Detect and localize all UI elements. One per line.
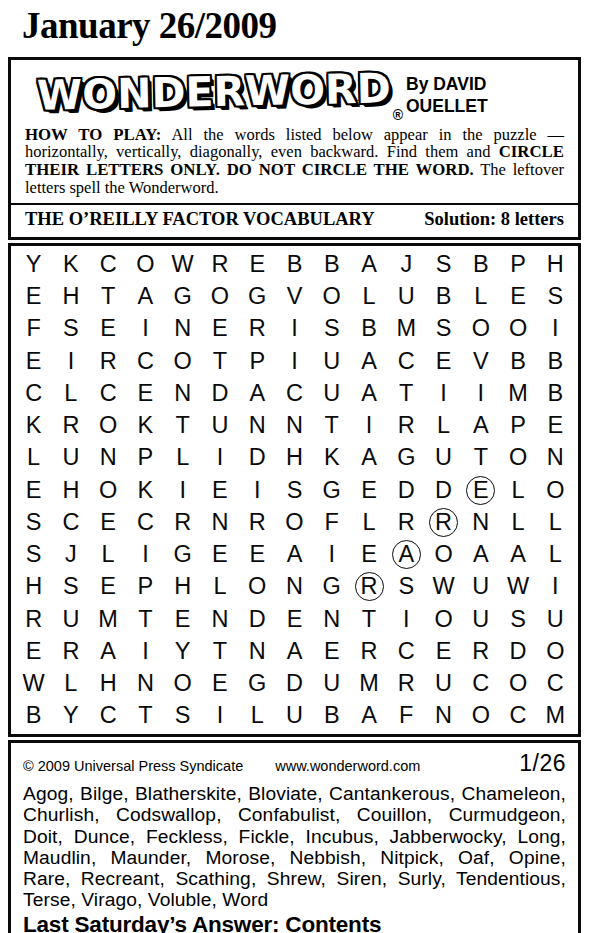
grid-cell-r3c1[interactable]: F (15, 313, 52, 345)
grid-letter: E (205, 476, 234, 505)
grid-cell-r10c11[interactable]: A (388, 539, 425, 571)
grid-cell-r14c8[interactable]: D (276, 668, 313, 700)
grid-letter: O (466, 701, 495, 730)
byline-line1: By DAVID (406, 74, 566, 96)
grid-cell-r14c7[interactable]: G (239, 668, 276, 700)
grid-cell-r8c15[interactable]: O (537, 474, 574, 506)
grid-cell-r5c15[interactable]: B (537, 377, 574, 409)
grid-letter: I (131, 540, 160, 569)
grid-cell-r2c1[interactable]: E (15, 280, 52, 312)
grid-cell-r3c2[interactable]: S (52, 313, 89, 345)
grid-cell-r15c3[interactable]: C (90, 700, 127, 732)
grid-cell-r10c5[interactable]: G (164, 539, 201, 571)
grid-letter: B (504, 347, 533, 376)
grid-cell-r3c6[interactable]: E (201, 313, 238, 345)
grid-cell-r11c13[interactable]: U (462, 571, 499, 603)
grid-cell-r6c14[interactable]: P (499, 409, 536, 441)
grid-cell-r9c12[interactable]: R (425, 506, 462, 538)
grid-cell-r12c5[interactable]: E (164, 603, 201, 635)
grid-cell-r6c3[interactable]: O (90, 409, 127, 441)
grid-letter: G (243, 669, 272, 698)
grid-cell-r2c5[interactable]: G (164, 280, 201, 312)
grid-cell-r4c4[interactable]: C (127, 345, 164, 377)
grid-cell-r9c6[interactable]: N (201, 506, 238, 538)
grid-letter: H (280, 443, 309, 472)
grid-cell-r7c5[interactable]: L (164, 442, 201, 474)
grid-cell-r15c12[interactable]: N (425, 700, 462, 732)
grid-letter: S (19, 508, 48, 537)
grid-letter: I (317, 540, 346, 569)
grid-cell-r14c9[interactable]: U (313, 668, 350, 700)
grid-letter: H (94, 669, 123, 698)
grid-cell-r2c15[interactable]: S (537, 280, 574, 312)
grid-cell-r13c11[interactable]: C (388, 635, 425, 667)
grid-cell-r15c1[interactable]: B (15, 700, 52, 732)
grid-cell-r10c10[interactable]: E (350, 539, 387, 571)
grid-cell-r8c1[interactable]: E (15, 474, 52, 506)
grid-letter: H (56, 476, 85, 505)
grid-cell-r8c4[interactable]: K (127, 474, 164, 506)
grid-cell-r4c11[interactable]: C (388, 345, 425, 377)
grid-letter: O (280, 508, 309, 537)
grid-cell-r12c13[interactable]: U (462, 603, 499, 635)
grid-cell-r7c10[interactable]: A (350, 442, 387, 474)
grid-cell-r13c2[interactable]: R (52, 635, 89, 667)
grid-cell-r4c3[interactable]: R (90, 345, 127, 377)
grid-cell-r7c8[interactable]: H (276, 442, 313, 474)
grid-letter: N (205, 508, 234, 537)
grid-cell-r9c13[interactable]: N (462, 506, 499, 538)
grid-cell-r8c2[interactable]: H (52, 474, 89, 506)
grid-letter: E (19, 637, 48, 666)
grid-letter: K (19, 411, 48, 440)
grid-cell-r2c11[interactable]: U (388, 280, 425, 312)
grid-cell-r7c12[interactable]: U (425, 442, 462, 474)
grid-cell-r11c15[interactable]: I (537, 571, 574, 603)
grid-letter: I (541, 314, 570, 343)
grid-cell-r4c2[interactable]: I (52, 345, 89, 377)
grid-cell-r9c7[interactable]: R (239, 506, 276, 538)
grid-cell-r5c9[interactable]: U (313, 377, 350, 409)
grid-letter: C (56, 508, 85, 537)
grid-cell-r2c12[interactable]: B (425, 280, 462, 312)
grid-cell-r3c8[interactable]: I (276, 313, 313, 345)
grid-cell-r4c6[interactable]: T (201, 345, 238, 377)
grid-cell-r14c10[interactable]: M (350, 668, 387, 700)
grid-cell-r1c3[interactable]: C (90, 248, 127, 280)
grid-cell-r8c9[interactable]: G (313, 474, 350, 506)
grid-cell-r11c7[interactable]: O (239, 571, 276, 603)
grid-cell-r8c7[interactable]: I (239, 474, 276, 506)
grid-letter: L (355, 508, 384, 537)
grid-cell-r11c1[interactable]: H (15, 571, 52, 603)
grid-cell-r5c13[interactable]: I (462, 377, 499, 409)
grid-cell-r11c5[interactable]: H (164, 571, 201, 603)
grid-cell-r12c6[interactable]: N (201, 603, 238, 635)
grid-cell-r10c12[interactable]: O (425, 539, 462, 571)
grid-cell-r7c2[interactable]: U (52, 442, 89, 474)
grid-letter: R (94, 347, 123, 376)
grid-cell-r11c11[interactable]: S (388, 571, 425, 603)
grid-cell-r3c14[interactable]: O (499, 313, 536, 345)
grid-cell-r10c9[interactable]: I (313, 539, 350, 571)
grid-letter: R (466, 637, 495, 666)
grid-cell-r15c5[interactable]: S (164, 700, 201, 732)
grid-cell-r3c7[interactable]: R (239, 313, 276, 345)
grid-cell-r8c10[interactable]: E (350, 474, 387, 506)
grid-letter: S (392, 572, 421, 601)
grid-cell-r11c2[interactable]: S (52, 571, 89, 603)
grid-letter: E (355, 476, 384, 505)
grid-cell-r15c6[interactable]: I (201, 700, 238, 732)
grid-cell-r3c13[interactable]: O (462, 313, 499, 345)
grid-cell-r9c3[interactable]: E (90, 506, 127, 538)
grid-cell-r3c3[interactable]: E (90, 313, 127, 345)
grid-cell-r5c8[interactable]: C (276, 377, 313, 409)
grid-cell-r8c12[interactable]: D (425, 474, 462, 506)
grid-cell-r6c1[interactable]: K (15, 409, 52, 441)
grid-cell-r6c8[interactable]: N (276, 409, 313, 441)
grid-cell-r10c8[interactable]: A (276, 539, 313, 571)
grid-cell-r7c1[interactable]: L (15, 442, 52, 474)
grid-cell-r2c2[interactable]: H (52, 280, 89, 312)
grid-cell-r14c6[interactable]: E (201, 668, 238, 700)
grid-cell-r8c14[interactable]: L (499, 474, 536, 506)
grid-cell-r4c9[interactable]: U (313, 345, 350, 377)
grid-cell-r7c7[interactable]: D (239, 442, 276, 474)
grid-cell-r13c3[interactable]: A (90, 635, 127, 667)
grid-letter: W (168, 250, 197, 279)
grid-cell-r1c10[interactable]: A (350, 248, 387, 280)
grid-cell-r6c12[interactable]: L (425, 409, 462, 441)
grid-cell-r3c12[interactable]: S (425, 313, 462, 345)
grid-cell-r4c13[interactable]: V (462, 345, 499, 377)
grid-letter: L (19, 443, 48, 472)
grid-cell-r1c15[interactable]: H (537, 248, 574, 280)
grid-cell-r1c9[interactable]: B (313, 248, 350, 280)
grid-cell-r13c10[interactable]: R (350, 635, 387, 667)
grid-letter: U (205, 411, 234, 440)
grid-cell-r4c10[interactable]: A (350, 345, 387, 377)
grid-cell-r14c4[interactable]: N (127, 668, 164, 700)
grid-letter: A (355, 701, 384, 730)
grid-letter: I (205, 443, 234, 472)
grid-cell-r9c11[interactable]: R (388, 506, 425, 538)
grid-cell-r9c10[interactable]: L (350, 506, 387, 538)
grid-cell-r14c11[interactable]: R (388, 668, 425, 700)
grid-cell-r13c8[interactable]: A (276, 635, 313, 667)
grid-cell-r13c4[interactable]: I (127, 635, 164, 667)
grid-cell-r4c7[interactable]: P (239, 345, 276, 377)
wonderword-logo: WONDERWORD® (23, 66, 406, 116)
grid-cell-r1c12[interactable]: S (425, 248, 462, 280)
grid-cell-r2c3[interactable]: T (90, 280, 127, 312)
grid-cell-r1c4[interactable]: O (127, 248, 164, 280)
grid-cell-r10c3[interactable]: L (90, 539, 127, 571)
grid-cell-r11c8[interactable]: N (276, 571, 313, 603)
grid-cell-r15c10[interactable]: A (350, 700, 387, 732)
grid-letter: D (280, 669, 309, 698)
grid-cell-r1c14[interactable]: P (499, 248, 536, 280)
grid-cell-r6c6[interactable]: U (201, 409, 238, 441)
grid-letter: E (19, 476, 48, 505)
grid-cell-r15c4[interactable]: T (127, 700, 164, 732)
grid-cell-r14c14[interactable]: O (499, 668, 536, 700)
grid-cell-r6c10[interactable]: I (350, 409, 387, 441)
grid-cell-r4c12[interactable]: E (425, 345, 462, 377)
grid-letter: A (94, 637, 123, 666)
grid-letter: E (429, 637, 458, 666)
grid-cell-r12c4[interactable]: T (127, 603, 164, 635)
grid-cell-r7c13[interactable]: T (462, 442, 499, 474)
grid-cell-r6c5[interactable]: T (164, 409, 201, 441)
grid-cell-r12c1[interactable]: R (15, 603, 52, 635)
grid-cell-r5c10[interactable]: A (350, 377, 387, 409)
grid-cell-r1c2[interactable]: K (52, 248, 89, 280)
grid-letter: T (205, 637, 234, 666)
grid-cell-r2c9[interactable]: O (313, 280, 350, 312)
grid-cell-r5c11[interactable]: T (388, 377, 425, 409)
grid-cell-r14c2[interactable]: L (52, 668, 89, 700)
copyright-text: © 2009 Universal Press Syndicate (23, 758, 243, 774)
grid-cell-r12c9[interactable]: N (313, 603, 350, 635)
grid-cell-r6c9[interactable]: T (313, 409, 350, 441)
grid-letter: U (466, 572, 495, 601)
grid-cell-r11c9[interactable]: G (313, 571, 350, 603)
grid-letter: V (280, 282, 309, 311)
grid-cell-r3c5[interactable]: N (164, 313, 201, 345)
how-to-play-label: HOW TO PLAY: (25, 125, 161, 144)
grid-cell-r11c4[interactable]: P (127, 571, 164, 603)
grid-cell-r15c7[interactable]: L (239, 700, 276, 732)
grid-cell-r2c7[interactable]: G (239, 280, 276, 312)
grid-cell-r5c2[interactable]: L (52, 377, 89, 409)
grid-cell-r15c9[interactable]: B (313, 700, 350, 732)
grid-cell-r11c6[interactable]: L (201, 571, 238, 603)
grid-cell-r2c8[interactable]: V (276, 280, 313, 312)
grid-cell-r2c4[interactable]: A (127, 280, 164, 312)
grid-letter: A (355, 347, 384, 376)
grid-cell-r2c14[interactable]: E (499, 280, 536, 312)
grid-cell-r15c2[interactable]: Y (52, 700, 89, 732)
grid-cell-r1c8[interactable]: B (276, 248, 313, 280)
grid-letter: U (56, 443, 85, 472)
grid-cell-r9c1[interactable]: S (15, 506, 52, 538)
grid-cell-r1c6[interactable]: R (201, 248, 238, 280)
grid-cell-r7c15[interactable]: N (537, 442, 574, 474)
grid-cell-r6c11[interactable]: R (388, 409, 425, 441)
grid-cell-r12c7[interactable]: D (239, 603, 276, 635)
grid-letter: C (131, 508, 160, 537)
grid-cell-r7c9[interactable]: K (313, 442, 350, 474)
grid-cell-r12c10[interactable]: T (350, 603, 387, 635)
grid-letter: C (94, 250, 123, 279)
grid-cell-r14c5[interactable]: O (164, 668, 201, 700)
grid-cell-r9c2[interactable]: C (52, 506, 89, 538)
grid-letter: A (355, 379, 384, 408)
grid-letter: L (56, 379, 85, 408)
grid-cell-r12c15[interactable]: U (537, 603, 574, 635)
grid-cell-r10c4[interactable]: I (127, 539, 164, 571)
grid-cell-r5c6[interactable]: D (201, 377, 238, 409)
grid-letter: L (56, 669, 85, 698)
grid-cell-r3c15[interactable]: I (537, 313, 574, 345)
grid-cell-r6c4[interactable]: K (127, 409, 164, 441)
grid-letter: A (504, 540, 533, 569)
grid-cell-r10c13[interactable]: A (462, 539, 499, 571)
grid-cell-r10c7[interactable]: E (239, 539, 276, 571)
grid-cell-r15c13[interactable]: O (462, 700, 499, 732)
grid-cell-r1c7[interactable]: E (239, 248, 276, 280)
grid-cell-r3c10[interactable]: B (350, 313, 387, 345)
grid-letter: U (317, 379, 346, 408)
grid-cell-r5c1[interactable]: C (15, 377, 52, 409)
grid-cell-r13c13[interactable]: R (462, 635, 499, 667)
grid-letter: R (56, 637, 85, 666)
grid-letter: T (317, 411, 346, 440)
grid-cell-r12c12[interactable]: O (425, 603, 462, 635)
grid-cell-r5c3[interactable]: C (90, 377, 127, 409)
grid-cell-r8c8[interactable]: S (276, 474, 313, 506)
grid-cell-r8c3[interactable]: O (90, 474, 127, 506)
grid-letter: E (19, 282, 48, 311)
grid-cell-r9c9[interactable]: F (313, 506, 350, 538)
grid-cell-r10c6[interactable]: E (201, 539, 238, 571)
grid-cell-r11c10[interactable]: R (350, 571, 387, 603)
grid-cell-r1c13[interactable]: B (462, 248, 499, 280)
grid-letter: O (317, 282, 346, 311)
grid-cell-r9c5[interactable]: R (164, 506, 201, 538)
grid-cell-r10c1[interactable]: S (15, 539, 52, 571)
grid-cell-r14c12[interactable]: U (425, 668, 462, 700)
grid-cell-r9c4[interactable]: C (127, 506, 164, 538)
grid-letter: T (355, 605, 384, 634)
grid-cell-r4c8[interactable]: I (276, 345, 313, 377)
grid-cell-r6c2[interactable]: R (52, 409, 89, 441)
grid-letter: D (504, 637, 533, 666)
grid-cell-r3c4[interactable]: I (127, 313, 164, 345)
grid-cell-r13c6[interactable]: T (201, 635, 238, 667)
grid-letter: G (317, 572, 346, 601)
grid-cell-r14c3[interactable]: H (90, 668, 127, 700)
grid-cell-r1c11[interactable]: J (388, 248, 425, 280)
grid-cell-r11c14[interactable]: W (499, 571, 536, 603)
grid-cell-r13c14[interactable]: D (499, 635, 536, 667)
grid-cell-r12c11[interactable]: I (388, 603, 425, 635)
grid-cell-r13c7[interactable]: N (239, 635, 276, 667)
grid-letter: E (205, 314, 234, 343)
grid-cell-r1c1[interactable]: Y (15, 248, 52, 280)
grid-letter: N (243, 411, 272, 440)
grid-cell-r12c3[interactable]: M (90, 603, 127, 635)
grid-cell-r11c12[interactable]: W (425, 571, 462, 603)
grid-letter: S (429, 250, 458, 279)
grid-cell-r5c14[interactable]: M (499, 377, 536, 409)
grid-letter: U (466, 605, 495, 634)
grid-cell-r6c13[interactable]: A (462, 409, 499, 441)
grid-cell-r14c13[interactable]: C (462, 668, 499, 700)
grid-cell-r10c2[interactable]: J (52, 539, 89, 571)
grid-letter: A (280, 540, 309, 569)
grid-cell-r9c15[interactable]: L (537, 506, 574, 538)
grid-cell-r7c6[interactable]: I (201, 442, 238, 474)
grid-cell-r15c14[interactable]: C (499, 700, 536, 732)
grid-letter: K (317, 443, 346, 472)
grid-cell-r4c14[interactable]: B (499, 345, 536, 377)
grid-cell-r8c6[interactable]: E (201, 474, 238, 506)
website-url: www.wonderword.com (275, 758, 420, 774)
grid-cell-r8c11[interactable]: D (388, 474, 425, 506)
grid-cell-r2c6[interactable]: O (201, 280, 238, 312)
grid-letter: D (205, 379, 234, 408)
grid-cell-r2c13[interactable]: L (462, 280, 499, 312)
grid-letter: B (317, 250, 346, 279)
grid-cell-r3c11[interactable]: M (388, 313, 425, 345)
grid-cell-r13c15[interactable]: O (537, 635, 574, 667)
grid-cell-r12c14[interactable]: S (499, 603, 536, 635)
grid-letter: J (392, 250, 421, 279)
grid-letter: U (429, 443, 458, 472)
grid-cell-r5c7[interactable]: A (239, 377, 276, 409)
grid-cell-r4c5[interactable]: O (164, 345, 201, 377)
grid-cell-r9c8[interactable]: O (276, 506, 313, 538)
grid-cell-r8c13[interactable]: E (462, 474, 499, 506)
grid-cell-r4c15[interactable]: B (537, 345, 574, 377)
grid-cell-r10c14[interactable]: A (499, 539, 536, 571)
grid-letter: S (56, 314, 85, 343)
grid-cell-r5c12[interactable]: I (425, 377, 462, 409)
grid-letter: T (94, 282, 123, 311)
grid-cell-r6c15[interactable]: E (537, 409, 574, 441)
grid-cell-r13c12[interactable]: E (425, 635, 462, 667)
grid-cell-r12c2[interactable]: U (52, 603, 89, 635)
grid-cell-r5c5[interactable]: N (164, 377, 201, 409)
grid-cell-r4c1[interactable]: E (15, 345, 52, 377)
grid-letter: P (131, 572, 160, 601)
grid-cell-r15c8[interactable]: U (276, 700, 313, 732)
grid-cell-r13c9[interactable]: E (313, 635, 350, 667)
grid-cell-r2c10[interactable]: L (350, 280, 387, 312)
grid-cell-r11c3[interactable]: E (90, 571, 127, 603)
grid-cell-r3c9[interactable]: S (313, 313, 350, 345)
grid-cell-r7c11[interactable]: G (388, 442, 425, 474)
grid-cell-r5c4[interactable]: E (127, 377, 164, 409)
grid-letter: I (429, 379, 458, 408)
grid-cell-r7c4[interactable]: P (127, 442, 164, 474)
grid-cell-r6c7[interactable]: N (239, 409, 276, 441)
grid-letter: C (94, 701, 123, 730)
grid-cell-r15c15[interactable]: M (537, 700, 574, 732)
grid-cell-r7c14[interactable]: O (499, 442, 536, 474)
grid-cell-r1c5[interactable]: W (164, 248, 201, 280)
grid-cell-r9c14[interactable]: L (499, 506, 536, 538)
grid-cell-r7c3[interactable]: N (90, 442, 127, 474)
grid-cell-r10c15[interactable]: L (537, 539, 574, 571)
grid-cell-r12c8[interactable]: E (276, 603, 313, 635)
grid-letter: E (429, 347, 458, 376)
grid-cell-r13c1[interactable]: E (15, 635, 52, 667)
grid-letter: A (466, 411, 495, 440)
grid-cell-r13c5[interactable]: Y (164, 635, 201, 667)
grid-letter: T (131, 701, 160, 730)
grid-cell-r8c5[interactable]: I (164, 474, 201, 506)
grid-cell-r15c11[interactable]: F (388, 700, 425, 732)
grid-letter: N (94, 443, 123, 472)
grid-letter: N (131, 669, 160, 698)
grid-cell-r14c1[interactable]: W (15, 668, 52, 700)
grid-cell-r14c15[interactable]: C (537, 668, 574, 700)
grid-letter: I (168, 476, 197, 505)
